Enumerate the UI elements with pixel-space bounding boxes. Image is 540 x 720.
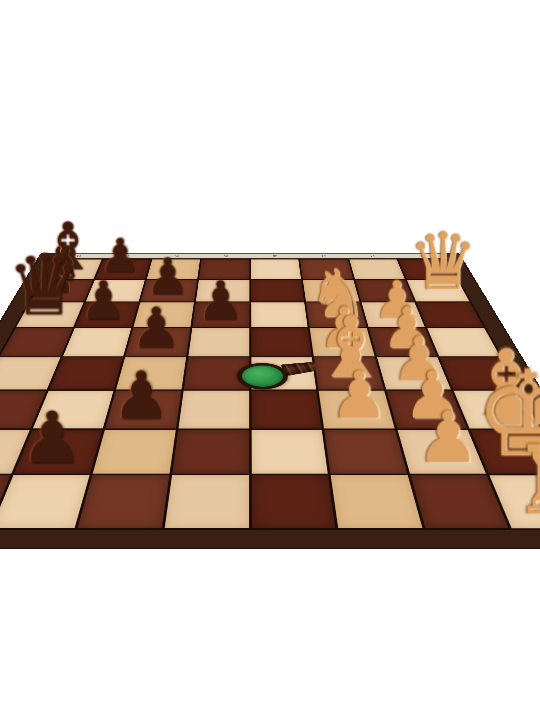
coordinate-label-6: 6 — [152, 254, 202, 257]
piece-black-pawn[interactable]: ♟ — [20, 403, 83, 474]
square-c8[interactable]: ♛ — [16, 302, 83, 327]
piece-black-pawn[interactable]: ♟ — [197, 275, 244, 327]
square-f6[interactable]: ♟ — [105, 391, 181, 429]
square-e4[interactable] — [251, 357, 316, 389]
coordinate-label-3: 3 — [299, 254, 349, 257]
fallen-black-king[interactable] — [251, 357, 316, 389]
square-h4[interactable] — [251, 476, 335, 529]
square-h7[interactable] — [0, 476, 90, 529]
square-c5[interactable]: ♟ — [192, 302, 249, 327]
square-d5[interactable] — [188, 328, 249, 356]
coordinate-label-1: 1 — [396, 254, 447, 257]
square-h5[interactable] — [165, 476, 249, 529]
square-d8[interactable] — [0, 328, 73, 356]
coordinate-label-7: 7 — [102, 254, 152, 257]
square-a4[interactable] — [251, 259, 301, 278]
felt-base — [236, 363, 289, 389]
piece-black-pawn[interactable]: ♟ — [131, 300, 181, 356]
coordinate-label-5: 5 — [201, 254, 250, 257]
square-f5[interactable] — [178, 391, 249, 429]
square-g7[interactable]: ♟ — [14, 430, 103, 474]
square-b4[interactable] — [251, 280, 304, 302]
piece-black-pawn[interactable]: ♟ — [112, 363, 170, 428]
square-g6[interactable] — [93, 430, 176, 474]
coordinate-label-4: 4 — [250, 254, 299, 257]
piece-white-rook[interactable]: ♜ — [511, 433, 540, 528]
square-h6[interactable] — [78, 476, 169, 529]
square-g5[interactable] — [172, 430, 249, 474]
square-c7[interactable]: ♟ — [75, 302, 139, 327]
board-grid: ♝♟♞♟♛♛♟♟♞♟♟♟♟♝♟♟♟♟♝♜♟♟♚♜ — [0, 259, 540, 530]
square-d6[interactable]: ♟ — [126, 328, 191, 356]
piece-black-rook[interactable]: ♜ — [0, 387, 12, 474]
square-g2[interactable]: ♟ — [397, 430, 486, 474]
square-h3[interactable] — [331, 476, 422, 529]
square-g4[interactable] — [251, 430, 328, 474]
square-h2[interactable] — [410, 476, 509, 529]
square-f3[interactable]: ♟ — [319, 391, 395, 429]
piece-black-pawn[interactable]: ♟ — [80, 275, 127, 327]
chess-photo-page: 87654321 ♝♟♞♟♛♛♟♟♞♟♟♟♟♝♟♟♟♟♝♜♟♟♚♜ — [0, 0, 540, 720]
chess-board: 87654321 ♝♟♞♟♛♛♟♟♞♟♟♟♟♝♟♟♟♟♝♜♟♟♚♜ — [0, 253, 540, 548]
square-g3[interactable] — [324, 430, 407, 474]
piece-white-pawn[interactable]: ♟ — [416, 403, 479, 474]
square-c4[interactable] — [251, 302, 308, 327]
square-d4[interactable] — [251, 328, 312, 356]
piece-black-pawn[interactable]: ♟ — [145, 252, 189, 301]
square-f4[interactable] — [251, 391, 322, 429]
square-d7[interactable] — [63, 328, 132, 356]
coordinate-label-2: 2 — [347, 254, 397, 257]
coordinate-label-8: 8 — [53, 254, 104, 257]
